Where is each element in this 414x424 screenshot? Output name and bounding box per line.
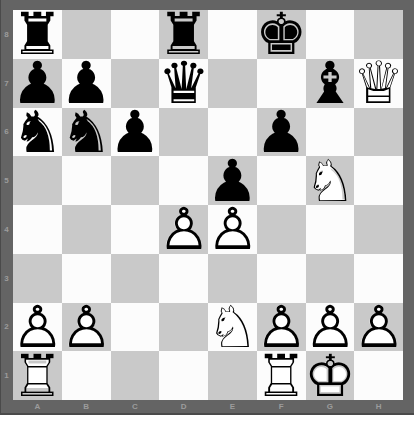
piece-white-rook: ♜♖	[13, 351, 62, 400]
rank-label-8: 8	[0, 10, 13, 59]
square-e1[interactable]	[208, 351, 257, 400]
piece-white-pawn: ♟♙	[306, 303, 355, 352]
file-labels: ABCDEFGH	[13, 400, 403, 413]
file-label-h: H	[354, 400, 403, 413]
square-c4[interactable]	[111, 205, 160, 254]
rank-label-2: 2	[0, 303, 13, 352]
square-e2[interactable]: ♞♘	[208, 303, 257, 352]
piece-black-knight: ♞	[62, 108, 111, 157]
square-b7[interactable]: ♟	[62, 59, 111, 108]
square-g3[interactable]	[306, 254, 355, 303]
piece-black-rook: ♜	[13, 10, 62, 59]
square-f5[interactable]	[257, 156, 306, 205]
piece-white-rook: ♜♖	[257, 351, 306, 400]
square-f7[interactable]	[257, 59, 306, 108]
square-g8[interactable]	[306, 10, 355, 59]
square-f2[interactable]: ♟♙	[257, 303, 306, 352]
square-d5[interactable]	[159, 156, 208, 205]
file-label-g: G	[306, 400, 355, 413]
square-h3[interactable]	[354, 254, 403, 303]
square-g4[interactable]	[306, 205, 355, 254]
square-g7[interactable]: ♝	[306, 59, 355, 108]
square-a5[interactable]	[13, 156, 62, 205]
square-d6[interactable]	[159, 108, 208, 157]
file-label-b: B	[62, 400, 111, 413]
square-b8[interactable]	[62, 10, 111, 59]
square-c5[interactable]	[111, 156, 160, 205]
square-b3[interactable]	[62, 254, 111, 303]
square-g6[interactable]	[306, 108, 355, 157]
square-h2[interactable]: ♟♙	[354, 303, 403, 352]
piece-black-queen: ♛	[159, 59, 208, 108]
file-label-e: E	[208, 400, 257, 413]
square-c2[interactable]	[111, 303, 160, 352]
square-e3[interactable]	[208, 254, 257, 303]
square-a2[interactable]: ♟♙	[13, 303, 62, 352]
piece-black-knight: ♞	[13, 108, 62, 157]
square-c1[interactable]	[111, 351, 160, 400]
square-c6[interactable]: ♟	[111, 108, 160, 157]
piece-white-queen: ♛♕	[354, 59, 403, 108]
square-h7[interactable]: ♛♕	[354, 59, 403, 108]
square-b6[interactable]: ♞	[62, 108, 111, 157]
piece-black-king: ♚	[257, 10, 306, 59]
square-d7[interactable]: ♛	[159, 59, 208, 108]
square-b5[interactable]	[62, 156, 111, 205]
piece-black-pawn: ♟	[62, 59, 111, 108]
square-a1[interactable]: ♜♖	[13, 351, 62, 400]
square-f4[interactable]	[257, 205, 306, 254]
square-d3[interactable]	[159, 254, 208, 303]
rank-label-5: 5	[0, 156, 13, 205]
piece-black-pawn: ♟	[13, 59, 62, 108]
square-h4[interactable]	[354, 205, 403, 254]
square-a8[interactable]: ♜	[13, 10, 62, 59]
square-c7[interactable]	[111, 59, 160, 108]
square-h5[interactable]	[354, 156, 403, 205]
piece-black-rook: ♜	[159, 10, 208, 59]
rank-label-6: 6	[0, 108, 13, 157]
piece-white-knight: ♞♘	[306, 156, 355, 205]
square-d4[interactable]: ♟♙	[159, 205, 208, 254]
piece-white-pawn: ♟♙	[13, 303, 62, 352]
square-a6[interactable]: ♞	[13, 108, 62, 157]
file-label-d: D	[159, 400, 208, 413]
square-a4[interactable]	[13, 205, 62, 254]
square-a7[interactable]: ♟	[13, 59, 62, 108]
rank-label-3: 3	[0, 254, 13, 303]
rank-label-4: 4	[0, 205, 13, 254]
piece-white-pawn: ♟♙	[159, 205, 208, 254]
square-d2[interactable]	[159, 303, 208, 352]
rank-label-1: 1	[0, 351, 13, 400]
file-label-f: F	[257, 400, 306, 413]
square-e7[interactable]	[208, 59, 257, 108]
piece-black-pawn: ♟	[208, 156, 257, 205]
square-h8[interactable]	[354, 10, 403, 59]
square-c3[interactable]	[111, 254, 160, 303]
piece-white-pawn: ♟♙	[354, 303, 403, 352]
square-g2[interactable]: ♟♙	[306, 303, 355, 352]
square-b2[interactable]: ♟♙	[62, 303, 111, 352]
square-e8[interactable]	[208, 10, 257, 59]
square-f3[interactable]	[257, 254, 306, 303]
square-h1[interactable]	[354, 351, 403, 400]
square-d8[interactable]: ♜	[159, 10, 208, 59]
piece-black-pawn: ♟	[111, 108, 160, 157]
square-b1[interactable]	[62, 351, 111, 400]
piece-white-pawn: ♟♙	[257, 303, 306, 352]
square-e4[interactable]: ♟♙	[208, 205, 257, 254]
square-h6[interactable]	[354, 108, 403, 157]
square-d1[interactable]	[159, 351, 208, 400]
square-g1[interactable]: ♚♔	[306, 351, 355, 400]
square-c8[interactable]	[111, 10, 160, 59]
board: ♜♜♚♟♟♛♝♛♕♞♞♟♟♟♞♘♟♙♟♙♟♙♟♙♞♘♟♙♟♙♟♙♜♖♜♖♚♔	[13, 10, 403, 400]
square-b4[interactable]	[62, 205, 111, 254]
piece-black-bishop: ♝	[306, 59, 355, 108]
square-e6[interactable]	[208, 108, 257, 157]
file-label-c: C	[111, 400, 160, 413]
square-e5[interactable]: ♟	[208, 156, 257, 205]
piece-white-pawn: ♟♙	[208, 205, 257, 254]
piece-white-pawn: ♟♙	[62, 303, 111, 352]
rank-label-7: 7	[0, 59, 13, 108]
piece-white-king: ♚♔	[306, 351, 355, 400]
square-f6[interactable]: ♟	[257, 108, 306, 157]
square-f1[interactable]: ♜♖	[257, 351, 306, 400]
square-g5[interactable]: ♞♘	[306, 156, 355, 205]
chess-board-widget: 87654321 ♜♜♚♟♟♛♝♛♕♞♞♟♟♟♞♘♟♙♟♙♟♙♟♙♞♘♟♙♟♙♟…	[0, 0, 414, 424]
piece-black-pawn: ♟	[257, 108, 306, 157]
piece-white-knight: ♞♘	[208, 303, 257, 352]
file-label-a: A	[13, 400, 62, 413]
rank-labels: 87654321	[0, 10, 13, 400]
square-f8[interactable]: ♚	[257, 10, 306, 59]
square-a3[interactable]	[13, 254, 62, 303]
